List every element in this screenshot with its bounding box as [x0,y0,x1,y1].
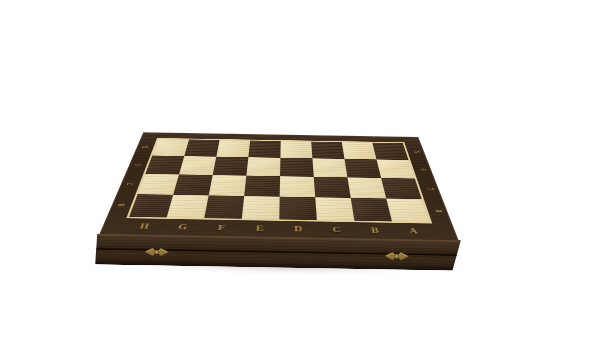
square-d5 [280,141,312,158]
file-label-e: E [240,223,279,232]
square-e8 [242,196,280,219]
file-label-a: A [393,226,434,235]
square-f8 [204,195,244,218]
square-h5 [152,139,189,156]
clasp-icon [384,249,410,262]
square-f6 [213,157,249,176]
square-c5 [311,142,344,159]
square-f7 [209,175,247,196]
square-c6 [312,158,347,177]
square-g6 [179,156,216,175]
square-a5 [372,143,408,160]
file-label-b: B [355,225,395,234]
square-d8 [279,197,317,220]
square-h6 [145,156,184,175]
square-e7 [244,176,280,197]
square-a8 [386,198,429,222]
brass-clasp-right [384,248,410,261]
file-label-h: H [124,221,165,230]
square-g5 [184,139,219,156]
square-a7 [381,178,422,199]
file-label-d: D [279,224,318,233]
square-e6 [246,157,280,176]
file-label-f: F [202,223,242,232]
board-squares [126,138,432,224]
product-photo: HGFEDCBA 5678 5678 [0,0,600,360]
square-c8 [315,197,354,220]
square-g8 [167,195,209,218]
brass-clasp-left [144,244,170,257]
square-b8 [351,198,392,222]
square-g7 [173,174,213,195]
square-d6 [280,158,314,177]
square-d7 [280,176,316,197]
chess-box: HGFEDCBA 5678 5678 [0,0,600,360]
square-b7 [347,177,386,198]
board-top: HGFEDCBA 5678 5678 [99,132,459,242]
square-c7 [314,177,351,198]
square-a6 [376,159,414,178]
file-label-g: G [163,222,203,231]
square-e5 [248,141,280,158]
square-f5 [216,140,250,157]
square-b5 [342,142,377,159]
clasp-icon [144,245,170,258]
file-label-c: C [317,225,356,234]
square-b6 [344,159,381,178]
